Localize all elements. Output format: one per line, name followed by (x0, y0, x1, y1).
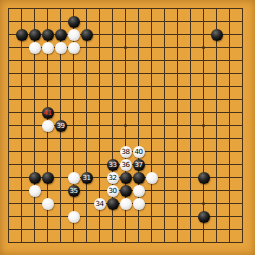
intersection-18-2[interactable] (223, 15, 236, 28)
intersection-3-19[interactable] (28, 236, 41, 249)
intersection-1-18[interactable] (2, 223, 15, 236)
intersection-15-2[interactable] (184, 15, 197, 28)
intersection-5-4[interactable] (54, 41, 67, 54)
intersection-9-8[interactable] (106, 93, 119, 106)
intersection-15-18[interactable] (184, 223, 197, 236)
intersection-7-2[interactable] (80, 15, 93, 28)
intersection-5-5[interactable] (54, 54, 67, 67)
intersection-4-15[interactable] (41, 184, 54, 197)
intersection-8-5[interactable] (93, 54, 106, 67)
intersection-17-5[interactable] (210, 54, 223, 67)
intersection-1-13[interactable] (2, 158, 15, 171)
intersection-9-19[interactable] (106, 236, 119, 249)
intersection-5-10[interactable]: 39 (54, 119, 67, 132)
intersection-8-18[interactable] (93, 223, 106, 236)
intersection-5-18[interactable] (54, 223, 67, 236)
intersection-13-7[interactable] (158, 80, 171, 93)
intersection-10-17[interactable] (119, 210, 132, 223)
intersection-4-1[interactable] (41, 2, 54, 15)
intersection-6-11[interactable] (67, 132, 80, 145)
intersection-5-14[interactable] (54, 171, 67, 184)
intersection-13-6[interactable] (158, 67, 171, 80)
intersection-1-6[interactable] (2, 67, 15, 80)
intersection-2-10[interactable] (15, 119, 28, 132)
intersection-15-10[interactable] (184, 119, 197, 132)
intersection-7-3[interactable] (80, 28, 93, 41)
intersection-4-12[interactable] (41, 145, 54, 158)
intersection-2-3[interactable] (15, 28, 28, 41)
intersection-19-12[interactable] (236, 145, 249, 158)
intersection-5-16[interactable] (54, 197, 67, 210)
intersection-6-8[interactable] (67, 93, 80, 106)
intersection-3-12[interactable] (28, 145, 41, 158)
intersection-2-19[interactable] (15, 236, 28, 249)
intersection-9-11[interactable] (106, 132, 119, 145)
intersection-18-3[interactable] (223, 28, 236, 41)
intersection-6-18[interactable] (67, 223, 80, 236)
intersection-6-1[interactable] (67, 2, 80, 15)
intersection-12-14[interactable] (145, 171, 158, 184)
intersection-18-7[interactable] (223, 80, 236, 93)
intersection-2-14[interactable] (15, 171, 28, 184)
intersection-9-12[interactable] (106, 145, 119, 158)
intersection-6-9[interactable] (67, 106, 80, 119)
intersection-3-5[interactable] (28, 54, 41, 67)
intersection-6-14[interactable] (67, 171, 80, 184)
intersection-2-1[interactable] (15, 2, 28, 15)
intersection-13-18[interactable] (158, 223, 171, 236)
intersection-3-6[interactable] (28, 67, 41, 80)
intersection-16-1[interactable] (197, 2, 210, 15)
intersection-18-4[interactable] (223, 41, 236, 54)
intersection-5-6[interactable] (54, 67, 67, 80)
intersection-5-17[interactable] (54, 210, 67, 223)
intersection-3-18[interactable] (28, 223, 41, 236)
intersection-1-3[interactable] (2, 28, 15, 41)
intersection-1-16[interactable] (2, 197, 15, 210)
intersection-4-9[interactable]: 41 (41, 106, 54, 119)
intersection-5-1[interactable] (54, 2, 67, 15)
intersection-10-18[interactable] (119, 223, 132, 236)
intersection-19-10[interactable] (236, 119, 249, 132)
intersection-7-5[interactable] (80, 54, 93, 67)
intersection-1-17[interactable] (2, 210, 15, 223)
intersection-12-1[interactable] (145, 2, 158, 15)
intersection-12-18[interactable] (145, 223, 158, 236)
intersection-11-3[interactable] (132, 28, 145, 41)
intersection-4-13[interactable] (41, 158, 54, 171)
intersection-9-10[interactable] (106, 119, 119, 132)
intersection-1-10[interactable] (2, 119, 15, 132)
intersection-17-6[interactable] (210, 67, 223, 80)
intersection-11-7[interactable] (132, 80, 145, 93)
intersection-19-13[interactable] (236, 158, 249, 171)
intersection-2-12[interactable] (15, 145, 28, 158)
intersection-8-13[interactable] (93, 158, 106, 171)
intersection-8-16[interactable]: 34 (93, 197, 106, 210)
intersection-17-15[interactable] (210, 184, 223, 197)
intersection-3-14[interactable] (28, 171, 41, 184)
intersection-10-14[interactable] (119, 171, 132, 184)
intersection-16-6[interactable] (197, 67, 210, 80)
intersection-3-4[interactable] (28, 41, 41, 54)
intersection-17-16[interactable] (210, 197, 223, 210)
intersection-14-7[interactable] (171, 80, 184, 93)
intersection-18-12[interactable] (223, 145, 236, 158)
intersection-12-2[interactable] (145, 15, 158, 28)
intersection-15-14[interactable] (184, 171, 197, 184)
intersection-8-4[interactable] (93, 41, 106, 54)
intersection-6-13[interactable] (67, 158, 80, 171)
intersection-2-13[interactable] (15, 158, 28, 171)
intersection-3-15[interactable] (28, 184, 41, 197)
intersection-14-17[interactable] (171, 210, 184, 223)
intersection-12-9[interactable] (145, 106, 158, 119)
intersection-16-17[interactable] (197, 210, 210, 223)
intersection-18-16[interactable] (223, 197, 236, 210)
intersection-8-7[interactable] (93, 80, 106, 93)
intersection-4-11[interactable] (41, 132, 54, 145)
intersection-15-13[interactable] (184, 158, 197, 171)
intersection-19-18[interactable] (236, 223, 249, 236)
intersection-18-17[interactable] (223, 210, 236, 223)
intersection-10-8[interactable] (119, 93, 132, 106)
intersection-14-8[interactable] (171, 93, 184, 106)
intersection-9-7[interactable] (106, 80, 119, 93)
intersection-6-4[interactable] (67, 41, 80, 54)
intersection-12-16[interactable] (145, 197, 158, 210)
intersection-15-7[interactable] (184, 80, 197, 93)
intersection-2-17[interactable] (15, 210, 28, 223)
intersection-11-12[interactable]: 40 (132, 145, 145, 158)
intersection-18-9[interactable] (223, 106, 236, 119)
intersection-6-3[interactable] (67, 28, 80, 41)
intersection-15-19[interactable] (184, 236, 197, 249)
intersection-7-14[interactable]: 31 (80, 171, 93, 184)
intersection-14-19[interactable] (171, 236, 184, 249)
intersection-13-13[interactable] (158, 158, 171, 171)
intersection-19-6[interactable] (236, 67, 249, 80)
intersection-14-14[interactable] (171, 171, 184, 184)
intersection-19-3[interactable] (236, 28, 249, 41)
intersection-13-19[interactable] (158, 236, 171, 249)
intersection-1-12[interactable] (2, 145, 15, 158)
intersection-13-16[interactable] (158, 197, 171, 210)
intersection-19-16[interactable] (236, 197, 249, 210)
intersection-3-1[interactable] (28, 2, 41, 15)
intersection-16-15[interactable] (197, 184, 210, 197)
intersection-13-11[interactable] (158, 132, 171, 145)
intersection-19-15[interactable] (236, 184, 249, 197)
intersection-14-15[interactable] (171, 184, 184, 197)
intersection-1-11[interactable] (2, 132, 15, 145)
intersection-11-1[interactable] (132, 2, 145, 15)
intersection-6-12[interactable] (67, 145, 80, 158)
intersection-18-6[interactable] (223, 67, 236, 80)
intersection-14-1[interactable] (171, 2, 184, 15)
intersection-6-10[interactable] (67, 119, 80, 132)
intersection-6-6[interactable] (67, 67, 80, 80)
intersection-11-4[interactable] (132, 41, 145, 54)
intersection-8-11[interactable] (93, 132, 106, 145)
intersection-10-12[interactable]: 38 (119, 145, 132, 158)
intersection-6-19[interactable] (67, 236, 80, 249)
intersection-5-11[interactable] (54, 132, 67, 145)
intersection-11-8[interactable] (132, 93, 145, 106)
intersection-15-15[interactable] (184, 184, 197, 197)
intersection-9-5[interactable] (106, 54, 119, 67)
intersection-15-9[interactable] (184, 106, 197, 119)
intersection-16-18[interactable] (197, 223, 210, 236)
intersection-17-11[interactable] (210, 132, 223, 145)
intersection-14-9[interactable] (171, 106, 184, 119)
intersection-6-16[interactable] (67, 197, 80, 210)
intersection-16-5[interactable] (197, 54, 210, 67)
intersection-2-11[interactable] (15, 132, 28, 145)
intersection-10-9[interactable] (119, 106, 132, 119)
intersection-11-6[interactable] (132, 67, 145, 80)
intersection-19-5[interactable] (236, 54, 249, 67)
intersection-18-13[interactable] (223, 158, 236, 171)
intersection-15-16[interactable] (184, 197, 197, 210)
intersection-3-3[interactable] (28, 28, 41, 41)
intersection-5-15[interactable] (54, 184, 67, 197)
intersection-17-14[interactable] (210, 171, 223, 184)
intersection-19-17[interactable] (236, 210, 249, 223)
intersection-7-13[interactable] (80, 158, 93, 171)
intersection-11-5[interactable] (132, 54, 145, 67)
intersection-16-9[interactable] (197, 106, 210, 119)
intersection-18-15[interactable] (223, 184, 236, 197)
intersection-3-7[interactable] (28, 80, 41, 93)
intersection-4-5[interactable] (41, 54, 54, 67)
intersection-8-17[interactable] (93, 210, 106, 223)
intersection-10-7[interactable] (119, 80, 132, 93)
intersection-17-1[interactable] (210, 2, 223, 15)
intersection-10-16[interactable] (119, 197, 132, 210)
intersection-7-6[interactable] (80, 67, 93, 80)
intersection-10-1[interactable] (119, 2, 132, 15)
intersection-1-15[interactable] (2, 184, 15, 197)
intersection-12-13[interactable] (145, 158, 158, 171)
intersection-17-12[interactable] (210, 145, 223, 158)
intersection-8-3[interactable] (93, 28, 106, 41)
intersection-13-15[interactable] (158, 184, 171, 197)
intersection-10-5[interactable] (119, 54, 132, 67)
intersection-13-14[interactable] (158, 171, 171, 184)
intersection-1-19[interactable] (2, 236, 15, 249)
intersection-2-8[interactable] (15, 93, 28, 106)
intersection-13-5[interactable] (158, 54, 171, 67)
intersection-11-16[interactable] (132, 197, 145, 210)
intersection-17-17[interactable] (210, 210, 223, 223)
intersection-3-17[interactable] (28, 210, 41, 223)
intersection-19-19[interactable] (236, 236, 249, 249)
intersection-3-8[interactable] (28, 93, 41, 106)
intersection-2-6[interactable] (15, 67, 28, 80)
intersection-5-9[interactable] (54, 106, 67, 119)
intersection-17-18[interactable] (210, 223, 223, 236)
intersection-15-8[interactable] (184, 93, 197, 106)
intersection-11-18[interactable] (132, 223, 145, 236)
intersection-12-15[interactable] (145, 184, 158, 197)
intersection-12-12[interactable] (145, 145, 158, 158)
intersection-16-11[interactable] (197, 132, 210, 145)
intersection-7-19[interactable] (80, 236, 93, 249)
intersection-9-6[interactable] (106, 67, 119, 80)
intersection-12-4[interactable] (145, 41, 158, 54)
intersection-16-2[interactable] (197, 15, 210, 28)
intersection-3-2[interactable] (28, 15, 41, 28)
intersection-19-14[interactable] (236, 171, 249, 184)
intersection-7-15[interactable] (80, 184, 93, 197)
intersection-13-12[interactable] (158, 145, 171, 158)
intersection-17-9[interactable] (210, 106, 223, 119)
intersection-6-7[interactable] (67, 80, 80, 93)
intersection-3-16[interactable] (28, 197, 41, 210)
intersection-1-1[interactable] (2, 2, 15, 15)
intersection-1-2[interactable] (2, 15, 15, 28)
intersection-12-17[interactable] (145, 210, 158, 223)
intersection-19-11[interactable] (236, 132, 249, 145)
intersection-14-3[interactable] (171, 28, 184, 41)
intersection-10-11[interactable] (119, 132, 132, 145)
intersection-12-6[interactable] (145, 67, 158, 80)
intersection-4-6[interactable] (41, 67, 54, 80)
intersection-4-18[interactable] (41, 223, 54, 236)
intersection-12-8[interactable] (145, 93, 158, 106)
intersection-17-3[interactable] (210, 28, 223, 41)
intersection-15-4[interactable] (184, 41, 197, 54)
intersection-9-15[interactable]: 30 (106, 184, 119, 197)
intersection-2-2[interactable] (15, 15, 28, 28)
intersection-5-2[interactable] (54, 15, 67, 28)
intersection-11-17[interactable] (132, 210, 145, 223)
intersection-5-3[interactable] (54, 28, 67, 41)
intersection-7-12[interactable] (80, 145, 93, 158)
intersection-16-8[interactable] (197, 93, 210, 106)
intersection-7-4[interactable] (80, 41, 93, 54)
intersection-7-16[interactable] (80, 197, 93, 210)
intersection-17-2[interactable] (210, 15, 223, 28)
intersection-7-17[interactable] (80, 210, 93, 223)
intersection-6-2[interactable] (67, 15, 80, 28)
intersection-17-13[interactable] (210, 158, 223, 171)
intersection-8-14[interactable] (93, 171, 106, 184)
intersection-14-5[interactable] (171, 54, 184, 67)
intersection-18-19[interactable] (223, 236, 236, 249)
intersection-7-7[interactable] (80, 80, 93, 93)
intersection-15-12[interactable] (184, 145, 197, 158)
intersection-10-13[interactable]: 36 (119, 158, 132, 171)
intersection-9-18[interactable] (106, 223, 119, 236)
intersection-3-9[interactable] (28, 106, 41, 119)
intersection-4-4[interactable] (41, 41, 54, 54)
intersection-12-10[interactable] (145, 119, 158, 132)
intersection-9-17[interactable] (106, 210, 119, 223)
intersection-4-7[interactable] (41, 80, 54, 93)
intersection-4-10[interactable] (41, 119, 54, 132)
intersection-2-5[interactable] (15, 54, 28, 67)
intersection-13-4[interactable] (158, 41, 171, 54)
intersection-11-13[interactable]: 37 (132, 158, 145, 171)
intersection-8-9[interactable] (93, 106, 106, 119)
intersection-18-14[interactable] (223, 171, 236, 184)
intersection-2-4[interactable] (15, 41, 28, 54)
intersection-12-5[interactable] (145, 54, 158, 67)
intersection-9-4[interactable] (106, 41, 119, 54)
intersection-2-15[interactable] (15, 184, 28, 197)
intersection-19-4[interactable] (236, 41, 249, 54)
intersection-5-8[interactable] (54, 93, 67, 106)
intersection-15-17[interactable] (184, 210, 197, 223)
intersection-8-1[interactable] (93, 2, 106, 15)
intersection-18-1[interactable] (223, 2, 236, 15)
intersection-15-5[interactable] (184, 54, 197, 67)
intersection-10-2[interactable] (119, 15, 132, 28)
intersection-4-2[interactable] (41, 15, 54, 28)
intersection-18-18[interactable] (223, 223, 236, 236)
intersection-9-1[interactable] (106, 2, 119, 15)
intersection-11-14[interactable] (132, 171, 145, 184)
intersection-2-16[interactable] (15, 197, 28, 210)
intersection-18-8[interactable] (223, 93, 236, 106)
intersection-11-2[interactable] (132, 15, 145, 28)
intersection-11-15[interactable] (132, 184, 145, 197)
intersection-15-11[interactable] (184, 132, 197, 145)
intersection-14-6[interactable] (171, 67, 184, 80)
intersection-11-9[interactable] (132, 106, 145, 119)
intersection-16-14[interactable] (197, 171, 210, 184)
intersection-19-1[interactable] (236, 2, 249, 15)
intersection-14-2[interactable] (171, 15, 184, 28)
intersection-8-12[interactable] (93, 145, 106, 158)
intersection-10-6[interactable] (119, 67, 132, 80)
intersection-4-3[interactable] (41, 28, 54, 41)
intersection-8-10[interactable] (93, 119, 106, 132)
intersection-4-17[interactable] (41, 210, 54, 223)
intersection-6-5[interactable] (67, 54, 80, 67)
intersection-14-4[interactable] (171, 41, 184, 54)
intersection-1-4[interactable] (2, 41, 15, 54)
intersection-2-18[interactable] (15, 223, 28, 236)
intersection-17-8[interactable] (210, 93, 223, 106)
intersection-8-8[interactable] (93, 93, 106, 106)
intersection-4-19[interactable] (41, 236, 54, 249)
intersection-12-19[interactable] (145, 236, 158, 249)
intersection-2-9[interactable] (15, 106, 28, 119)
intersection-1-7[interactable] (2, 80, 15, 93)
intersection-8-6[interactable] (93, 67, 106, 80)
intersection-11-10[interactable] (132, 119, 145, 132)
intersection-17-7[interactable] (210, 80, 223, 93)
intersection-15-1[interactable] (184, 2, 197, 15)
intersection-16-13[interactable] (197, 158, 210, 171)
intersection-5-7[interactable] (54, 80, 67, 93)
intersection-14-12[interactable] (171, 145, 184, 158)
intersection-14-13[interactable] (171, 158, 184, 171)
intersection-9-2[interactable] (106, 15, 119, 28)
intersection-3-11[interactable] (28, 132, 41, 145)
intersection-13-8[interactable] (158, 93, 171, 106)
intersection-9-9[interactable] (106, 106, 119, 119)
intersection-19-2[interactable] (236, 15, 249, 28)
intersection-12-3[interactable] (145, 28, 158, 41)
intersection-19-7[interactable] (236, 80, 249, 93)
intersection-9-3[interactable] (106, 28, 119, 41)
intersection-7-18[interactable] (80, 223, 93, 236)
intersection-18-5[interactable] (223, 54, 236, 67)
